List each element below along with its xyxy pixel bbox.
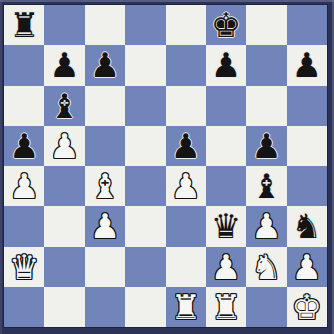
square-h4[interactable] (287, 166, 327, 206)
white-pawn[interactable]: ♟ (9, 166, 39, 206)
square-e7[interactable] (166, 45, 206, 85)
black-pawn[interactable]: ♟ (251, 126, 281, 166)
white-pawn[interactable]: ♟ (170, 166, 200, 206)
square-h3[interactable]: ♞ (287, 206, 327, 246)
square-b6[interactable]: ♝ (44, 86, 84, 126)
square-g8[interactable] (246, 5, 286, 45)
square-e8[interactable] (166, 5, 206, 45)
black-king[interactable]: ♚ (211, 5, 241, 45)
square-d3[interactable] (125, 206, 165, 246)
square-d6[interactable] (125, 86, 165, 126)
square-f8[interactable]: ♚ (206, 5, 246, 45)
square-d1[interactable] (125, 287, 165, 327)
square-b7[interactable]: ♟ (44, 45, 84, 85)
square-b2[interactable] (44, 247, 84, 287)
white-pawn[interactable]: ♟ (292, 247, 322, 287)
square-c8[interactable] (85, 5, 125, 45)
square-g6[interactable] (246, 86, 286, 126)
black-pawn[interactable]: ♟ (170, 126, 200, 166)
square-h6[interactable] (287, 86, 327, 126)
white-knight[interactable]: ♞ (251, 247, 281, 287)
square-g3[interactable]: ♟ (246, 206, 286, 246)
square-h1[interactable]: ♚ (287, 287, 327, 327)
black-pawn[interactable]: ♟ (90, 45, 120, 85)
square-a5[interactable]: ♟ (4, 126, 44, 166)
square-g5[interactable]: ♟ (246, 126, 286, 166)
square-e2[interactable] (166, 247, 206, 287)
square-b3[interactable] (44, 206, 84, 246)
square-c2[interactable] (85, 247, 125, 287)
square-f7[interactable]: ♟ (206, 45, 246, 85)
square-d4[interactable] (125, 166, 165, 206)
square-f5[interactable] (206, 126, 246, 166)
square-b1[interactable] (44, 287, 84, 327)
square-g7[interactable] (246, 45, 286, 85)
square-f6[interactable] (206, 86, 246, 126)
black-bishop[interactable]: ♝ (251, 166, 281, 206)
square-f4[interactable] (206, 166, 246, 206)
white-bishop[interactable]: ♝ (90, 166, 120, 206)
square-h2[interactable]: ♟ (287, 247, 327, 287)
square-e3[interactable] (166, 206, 206, 246)
white-pawn[interactable]: ♟ (211, 247, 241, 287)
square-e5[interactable]: ♟ (166, 126, 206, 166)
black-bishop[interactable]: ♝ (49, 86, 79, 126)
square-a1[interactable] (4, 287, 44, 327)
white-pawn[interactable]: ♟ (251, 206, 281, 246)
square-b8[interactable] (44, 5, 84, 45)
square-g4[interactable]: ♝ (246, 166, 286, 206)
square-f2[interactable]: ♟ (206, 247, 246, 287)
square-c1[interactable] (85, 287, 125, 327)
square-d7[interactable] (125, 45, 165, 85)
square-c3[interactable]: ♟ (85, 206, 125, 246)
square-d8[interactable] (125, 5, 165, 45)
square-f1[interactable]: ♜ (206, 287, 246, 327)
black-pawn[interactable]: ♟ (9, 126, 39, 166)
square-b5[interactable]: ♟ (44, 126, 84, 166)
white-king[interactable]: ♚ (292, 287, 322, 327)
white-pawn[interactable]: ♟ (90, 206, 120, 246)
square-g2[interactable]: ♞ (246, 247, 286, 287)
white-queen[interactable]: ♛ (9, 247, 39, 287)
white-pawn[interactable]: ♟ (49, 126, 79, 166)
black-knight[interactable]: ♞ (292, 206, 322, 246)
square-g1[interactable] (246, 287, 286, 327)
white-rook[interactable]: ♜ (170, 287, 200, 327)
square-a8[interactable]: ♜ (4, 5, 44, 45)
square-h8[interactable] (287, 5, 327, 45)
square-a7[interactable] (4, 45, 44, 85)
square-d5[interactable] (125, 126, 165, 166)
square-e4[interactable]: ♟ (166, 166, 206, 206)
square-h7[interactable]: ♟ (287, 45, 327, 85)
square-b4[interactable] (44, 166, 84, 206)
square-h5[interactable] (287, 126, 327, 166)
black-pawn[interactable]: ♟ (211, 45, 241, 85)
black-queen[interactable]: ♛ (211, 206, 241, 246)
square-c6[interactable] (85, 86, 125, 126)
square-c4[interactable]: ♝ (85, 166, 125, 206)
chess-board-frame: ♜♚♟♟♟♟♝♟♟♟♟♟♝♟♝♟♛♟♞♛♟♞♟♜♜♚ (0, 0, 334, 334)
square-a6[interactable] (4, 86, 44, 126)
square-a3[interactable] (4, 206, 44, 246)
square-f3[interactable]: ♛ (206, 206, 246, 246)
square-a4[interactable]: ♟ (4, 166, 44, 206)
black-rook[interactable]: ♜ (9, 5, 39, 45)
square-d2[interactable] (125, 247, 165, 287)
square-a2[interactable]: ♛ (4, 247, 44, 287)
white-rook[interactable]: ♜ (211, 287, 241, 327)
square-e1[interactable]: ♜ (166, 287, 206, 327)
square-c5[interactable] (85, 126, 125, 166)
black-pawn[interactable]: ♟ (292, 45, 322, 85)
chess-board: ♜♚♟♟♟♟♝♟♟♟♟♟♝♟♝♟♛♟♞♛♟♞♟♜♜♚ (4, 5, 327, 327)
square-e6[interactable] (166, 86, 206, 126)
square-c7[interactable]: ♟ (85, 45, 125, 85)
black-pawn[interactable]: ♟ (49, 45, 79, 85)
